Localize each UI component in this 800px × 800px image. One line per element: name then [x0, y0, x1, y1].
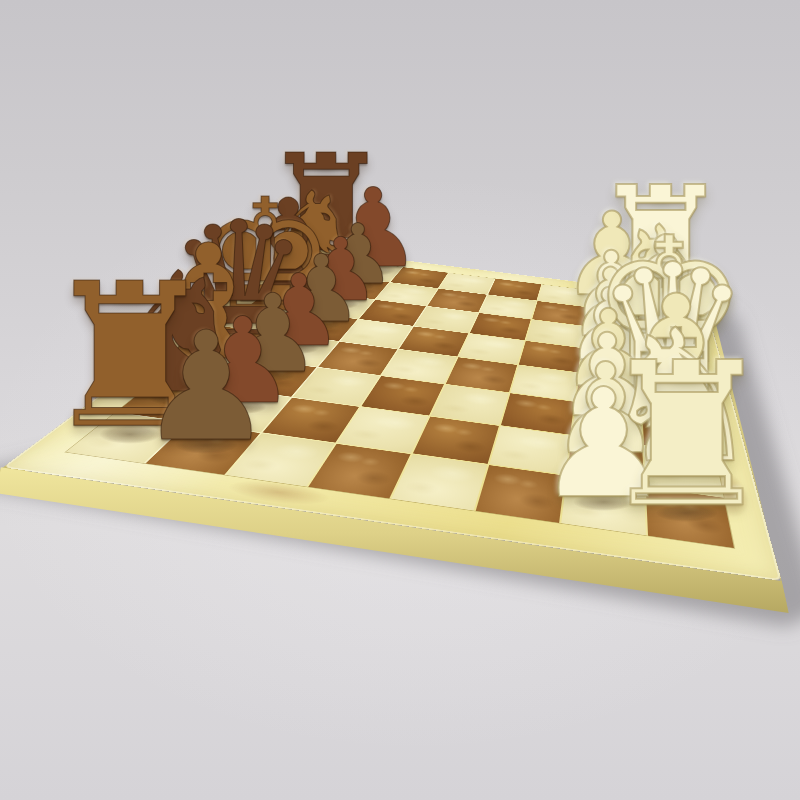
- white-rook-glyph: ♜: [598, 336, 776, 535]
- piece-white-rook-a1[interactable]: ♜: [598, 336, 776, 535]
- photo-backdrop: ♜♟♞♟♝♟♟♜♚♟♞♟♟♛♝♟♟♝♚♟♟♛♞♟♟♝♜♟♟♞♟♜ Overhea…: [0, 0, 800, 800]
- black-pawn-glyph: ♟: [139, 312, 274, 463]
- piece-black-pawn-a7[interactable]: ♟: [139, 312, 274, 463]
